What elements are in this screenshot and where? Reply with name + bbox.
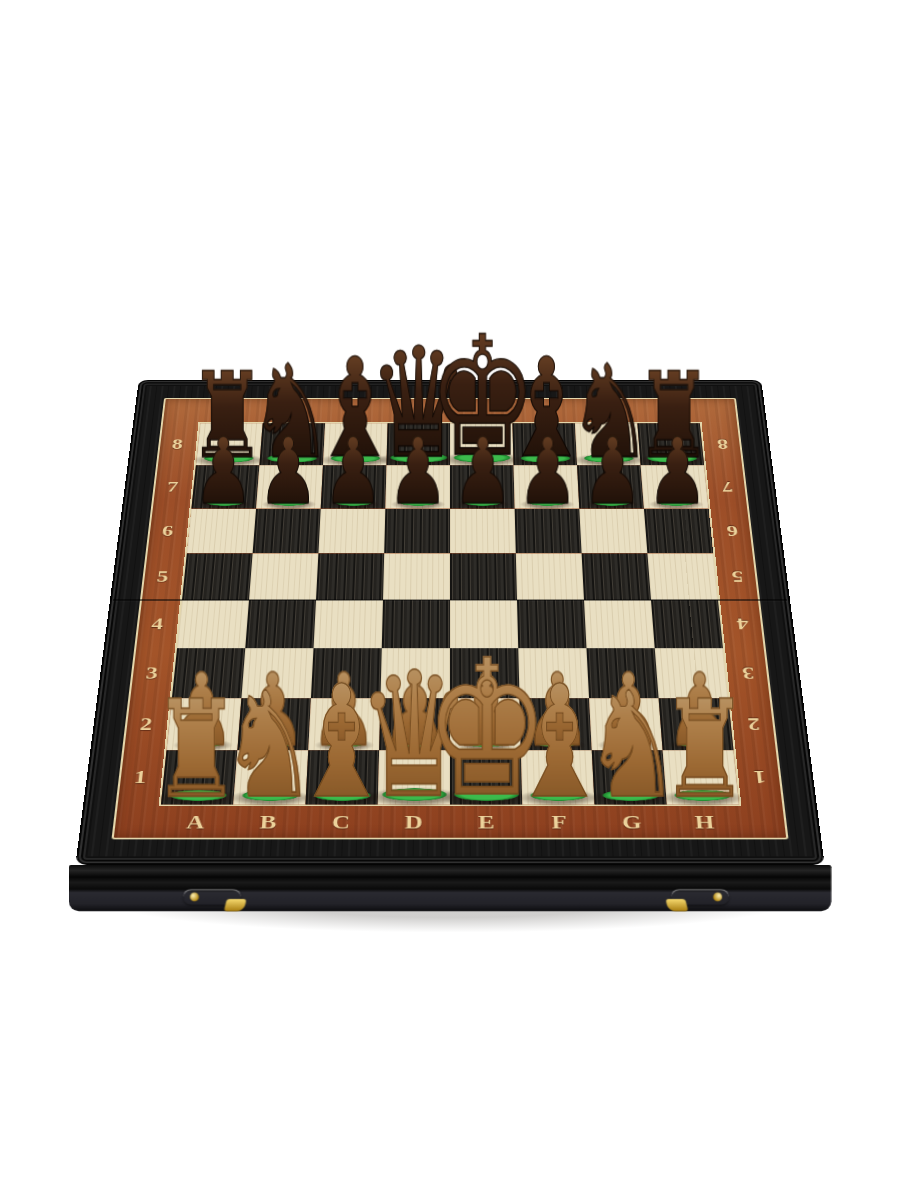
rank-label-right-4: 4 [721,600,765,648]
rank-label-right-8: 8 [703,423,743,465]
square-g4[interactable] [584,600,655,648]
scene: ABCDEFGH 87654321 87654321 ♜♞♝♛♚♝♞♜♟♟♟♟♟… [0,0,900,1200]
gold-latch-right-icon [671,889,728,904]
square-b4[interactable] [245,600,316,648]
square-e7[interactable]: ♟ [450,465,515,508]
rank-label-right-7: 7 [707,465,748,508]
black-pawn-e7[interactable]: ♟ [452,425,513,516]
square-e1[interactable]: ♚ [450,750,522,804]
black-pawn-b7[interactable]: ♟ [257,425,318,516]
square-a7[interactable]: ♟ [191,465,259,508]
square-h7[interactable]: ♟ [641,465,709,508]
box-front-face [69,865,832,911]
rank-label-left-4: 4 [135,600,179,648]
black-pawn-d7[interactable]: ♟ [387,425,448,516]
gold-latch-left-icon [183,889,240,904]
square-h4[interactable] [651,600,723,648]
chess-board-box: ABCDEFGH 87654321 87654321 ♜♞♝♛♚♝♞♜♟♟♟♟♟… [75,380,824,865]
rank-label-left-5: 5 [141,553,184,600]
white-king-e1[interactable]: ♚ [424,636,549,824]
square-f5[interactable] [516,553,584,600]
square-b7[interactable]: ♟ [256,465,323,508]
square-c7[interactable]: ♟ [321,465,387,508]
square-b5[interactable] [249,553,318,600]
square-h5[interactable] [647,553,718,600]
square-d5[interactable] [383,553,450,600]
rank-label-right-5: 5 [716,553,759,600]
squares-grid: ♜♞♝♛♚♝♞♜♟♟♟♟♟♟♟♟♟♟♟♟♟♟♟♟♜♞♝♛♚♝♞♜ [159,422,742,806]
rank-label-left-6: 6 [147,509,189,554]
black-pawn-a7[interactable]: ♟ [193,425,254,516]
black-pawn-h7[interactable]: ♟ [647,425,708,516]
black-pawn-f7[interactable]: ♟ [517,425,578,516]
square-g5[interactable] [582,553,651,600]
square-e5[interactable] [450,553,517,600]
square-g7[interactable]: ♟ [577,465,644,508]
square-f7[interactable]: ♟ [514,465,580,508]
square-a4[interactable] [177,600,249,648]
rank-label-right-6: 6 [711,509,753,554]
black-pawn-g7[interactable]: ♟ [582,425,643,516]
square-c5[interactable] [316,553,384,600]
square-d7[interactable]: ♟ [385,465,450,508]
black-pawn-c7[interactable]: ♟ [322,425,383,516]
square-a5[interactable] [182,553,253,600]
